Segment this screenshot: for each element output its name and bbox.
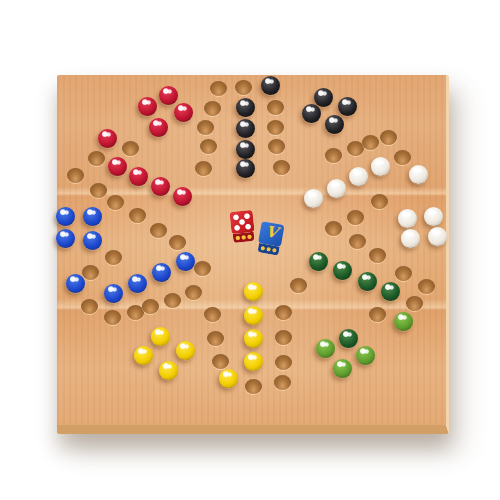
hole[interactable] [150,223,167,238]
hole[interactable] [268,139,285,154]
blue-marble[interactable] [128,274,147,293]
yellow-marble[interactable] [244,352,263,371]
hole[interactable] [394,150,411,165]
blue-marble[interactable] [66,274,85,293]
yellow-marble[interactable] [244,282,263,301]
hole[interactable] [90,183,107,198]
hole[interactable] [267,100,284,115]
hole[interactable] [204,307,221,322]
hole[interactable] [418,279,435,294]
hole[interactable] [129,208,146,223]
hole[interactable] [369,248,386,263]
yellow-marble[interactable] [176,341,195,360]
black-marble[interactable] [314,88,333,107]
hole[interactable] [207,331,224,346]
green-marble[interactable] [381,282,400,301]
black-marble[interactable] [302,104,321,123]
green-marble[interactable] [316,339,335,358]
green-marble[interactable] [339,329,358,348]
blue-marble[interactable] [83,207,102,226]
yellow-marble[interactable] [134,346,153,365]
red-marble[interactable] [174,103,193,122]
blue-marble[interactable] [83,231,102,250]
hole[interactable] [395,266,412,281]
black-marble[interactable] [338,97,357,116]
yellow-marble[interactable] [219,369,238,388]
black-marble[interactable] [325,115,344,134]
hole[interactable] [204,101,221,116]
hole[interactable] [325,221,342,236]
white-marble[interactable] [349,167,368,186]
hole[interactable] [275,330,292,345]
hole[interactable] [380,130,397,145]
hole[interactable] [107,195,124,210]
hole[interactable] [275,305,292,320]
red-marble[interactable] [129,167,148,186]
black-marble[interactable] [236,119,255,138]
white-marble[interactable] [371,157,390,176]
black-marble[interactable] [236,140,255,159]
yellow-marble[interactable] [151,327,170,346]
hole[interactable] [235,80,252,95]
red-marble[interactable] [108,157,127,176]
hole[interactable] [325,148,342,163]
hole[interactable] [369,307,386,322]
hole[interactable] [267,120,284,135]
white-marble[interactable] [401,229,420,248]
blue-marble[interactable] [56,207,75,226]
black-marble[interactable] [236,159,255,178]
red-die[interactable] [229,210,255,243]
hole[interactable] [122,141,139,156]
hole[interactable] [362,135,379,150]
green-marble[interactable] [394,312,413,331]
green-marble[interactable] [356,346,375,365]
yellow-marble[interactable] [159,361,178,380]
hole[interactable] [194,261,211,276]
blue-marble[interactable] [152,263,171,282]
white-marble[interactable] [398,209,417,228]
hole[interactable] [105,250,122,265]
white-marble[interactable] [304,189,323,208]
hole[interactable] [88,151,105,166]
hole[interactable] [290,278,307,293]
red-marble[interactable] [159,86,178,105]
hole[interactable] [200,139,217,154]
hole[interactable] [274,375,291,390]
red-marble[interactable] [173,187,192,206]
red-marble[interactable] [151,177,170,196]
hole[interactable] [349,234,366,249]
hole[interactable] [210,81,227,96]
hole[interactable] [185,285,202,300]
yellow-marble[interactable] [244,306,263,325]
red-marble[interactable] [138,97,157,116]
green-marble[interactable] [358,272,377,291]
blue-marble[interactable] [104,284,123,303]
hole[interactable] [347,141,364,156]
photo-background: V [0,0,500,500]
hole[interactable] [169,235,186,250]
black-marble[interactable] [236,98,255,117]
hole[interactable] [371,194,388,209]
hole[interactable] [81,299,98,314]
white-marble[interactable] [409,165,428,184]
hole[interactable] [142,299,159,314]
red-marble[interactable] [149,118,168,137]
green-marble[interactable] [333,359,352,378]
green-marble[interactable] [333,261,352,280]
hole[interactable] [127,305,144,320]
red-marble[interactable] [98,129,117,148]
hole[interactable] [347,210,364,225]
green-marble[interactable] [309,252,328,271]
white-marble[interactable] [327,179,346,198]
hole[interactable] [67,168,84,183]
hole[interactable] [195,161,212,176]
red-die-top-face [229,210,254,234]
hole[interactable] [275,355,292,370]
white-marble[interactable] [428,227,447,246]
white-marble[interactable] [424,207,443,226]
blue-marble[interactable] [176,252,195,271]
yellow-marble[interactable] [244,329,263,348]
hole[interactable] [104,310,121,325]
hole[interactable] [273,160,290,175]
hole[interactable] [164,293,181,308]
black-marble[interactable] [261,76,280,95]
blue-marble[interactable] [56,229,75,248]
hole[interactable] [245,379,262,394]
hole[interactable] [82,265,99,280]
hole[interactable] [406,296,423,311]
hole[interactable] [197,120,214,135]
hole[interactable] [212,354,229,369]
